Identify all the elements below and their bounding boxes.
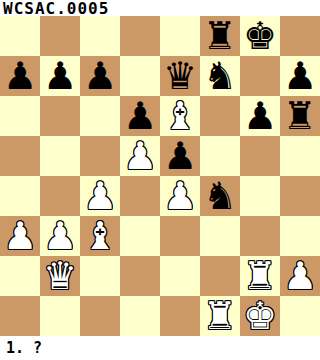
piece-white-pawn: ♟ [3, 216, 37, 256]
square-g2[interactable]: ♜ [240, 256, 280, 296]
square-g8[interactable]: ♚ [240, 16, 280, 56]
piece-black-knight: ♞ [203, 176, 237, 216]
square-h6[interactable]: ♜ [280, 96, 320, 136]
square-e4[interactable]: ♟ [160, 176, 200, 216]
square-b6[interactable] [40, 96, 80, 136]
square-a2[interactable] [0, 256, 40, 296]
square-d3[interactable] [120, 216, 160, 256]
square-f1[interactable]: ♜ [200, 296, 240, 336]
puzzle-title: WCSAC.0005 [3, 0, 109, 18]
move-prompt: 1. ? [6, 339, 42, 357]
piece-black-pawn: ♟ [123, 96, 157, 136]
square-e8[interactable] [160, 16, 200, 56]
square-a1[interactable] [0, 296, 40, 336]
piece-black-pawn: ♟ [163, 136, 197, 176]
square-g5[interactable] [240, 136, 280, 176]
piece-black-rook: ♜ [203, 16, 237, 56]
square-b4[interactable] [40, 176, 80, 216]
square-d4[interactable] [120, 176, 160, 216]
piece-black-queen: ♛ [163, 56, 197, 96]
piece-black-knight: ♞ [203, 56, 237, 96]
square-a8[interactable] [0, 16, 40, 56]
square-h3[interactable] [280, 216, 320, 256]
piece-black-pawn: ♟ [243, 96, 277, 136]
square-g6[interactable]: ♟ [240, 96, 280, 136]
square-e7[interactable]: ♛ [160, 56, 200, 96]
square-d2[interactable] [120, 256, 160, 296]
square-b1[interactable] [40, 296, 80, 336]
piece-white-pawn: ♟ [163, 176, 197, 216]
square-d7[interactable] [120, 56, 160, 96]
piece-white-pawn: ♟ [83, 176, 117, 216]
piece-white-rook: ♜ [203, 296, 237, 336]
square-d5[interactable]: ♟ [120, 136, 160, 176]
square-b5[interactable] [40, 136, 80, 176]
square-a4[interactable] [0, 176, 40, 216]
square-c2[interactable] [80, 256, 120, 296]
square-c7[interactable]: ♟ [80, 56, 120, 96]
square-g3[interactable] [240, 216, 280, 256]
square-a6[interactable] [0, 96, 40, 136]
square-a3[interactable]: ♟ [0, 216, 40, 256]
piece-black-king: ♚ [243, 16, 277, 56]
piece-white-pawn: ♟ [283, 256, 317, 296]
piece-black-pawn: ♟ [83, 56, 117, 96]
status-bar: 1. ? [0, 336, 320, 360]
piece-white-bishop: ♝ [163, 96, 197, 136]
square-h7[interactable]: ♟ [280, 56, 320, 96]
square-g7[interactable] [240, 56, 280, 96]
square-f3[interactable] [200, 216, 240, 256]
piece-black-pawn: ♟ [43, 56, 77, 96]
square-h1[interactable] [280, 296, 320, 336]
square-e5[interactable]: ♟ [160, 136, 200, 176]
square-e2[interactable] [160, 256, 200, 296]
title-bar: WCSAC.0005 [0, 0, 320, 16]
square-f6[interactable] [200, 96, 240, 136]
square-g1[interactable]: ♚ [240, 296, 280, 336]
piece-white-pawn: ♟ [43, 216, 77, 256]
square-c5[interactable] [80, 136, 120, 176]
piece-black-pawn: ♟ [3, 56, 37, 96]
piece-white-rook: ♜ [243, 256, 277, 296]
square-h4[interactable] [280, 176, 320, 216]
square-c1[interactable] [80, 296, 120, 336]
square-d8[interactable] [120, 16, 160, 56]
square-e1[interactable] [160, 296, 200, 336]
square-h2[interactable]: ♟ [280, 256, 320, 296]
piece-white-pawn: ♟ [123, 136, 157, 176]
square-e6[interactable]: ♝ [160, 96, 200, 136]
square-a7[interactable]: ♟ [0, 56, 40, 96]
square-c8[interactable] [80, 16, 120, 56]
piece-black-pawn: ♟ [283, 56, 317, 96]
square-f4[interactable]: ♞ [200, 176, 240, 216]
square-c3[interactable]: ♝ [80, 216, 120, 256]
square-h5[interactable] [280, 136, 320, 176]
piece-white-king: ♚ [243, 296, 277, 336]
square-f8[interactable]: ♜ [200, 16, 240, 56]
piece-black-rook: ♜ [283, 96, 317, 136]
square-b3[interactable]: ♟ [40, 216, 80, 256]
piece-white-queen: ♛ [43, 256, 77, 296]
square-c4[interactable]: ♟ [80, 176, 120, 216]
chess-board: ♜♚♟♟♟♛♞♟♟♝♟♜♟♟♟♟♞♟♟♝♛♜♟♜♚ [0, 16, 320, 336]
square-e3[interactable] [160, 216, 200, 256]
square-d1[interactable] [120, 296, 160, 336]
square-a5[interactable] [0, 136, 40, 176]
square-b8[interactable] [40, 16, 80, 56]
square-g4[interactable] [240, 176, 280, 216]
square-d6[interactable]: ♟ [120, 96, 160, 136]
chess-app-window: WCSAC.0005 ♜♚♟♟♟♛♞♟♟♝♟♜♟♟♟♟♞♟♟♝♛♜♟♜♚ 1. … [0, 0, 320, 360]
square-b7[interactable]: ♟ [40, 56, 80, 96]
piece-white-bishop: ♝ [83, 216, 117, 256]
square-b2[interactable]: ♛ [40, 256, 80, 296]
square-f2[interactable] [200, 256, 240, 296]
square-h8[interactable] [280, 16, 320, 56]
square-c6[interactable] [80, 96, 120, 136]
square-f5[interactable] [200, 136, 240, 176]
square-f7[interactable]: ♞ [200, 56, 240, 96]
